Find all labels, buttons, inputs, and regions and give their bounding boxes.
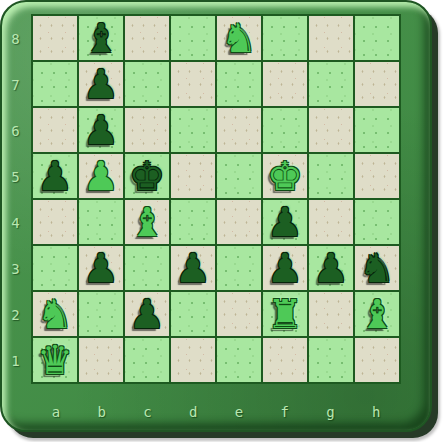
square-c2[interactable]: ♟ xyxy=(125,292,169,336)
square-b5[interactable]: ♟ xyxy=(79,154,123,198)
rank-label-5: 5 xyxy=(0,154,31,200)
piece-black-bishop[interactable]: ♝ xyxy=(79,16,123,60)
square-h2[interactable]: ♝ xyxy=(355,292,399,336)
square-a5[interactable]: ♟ xyxy=(33,154,77,198)
square-b8[interactable]: ♝ xyxy=(79,16,123,60)
square-b6[interactable]: ♟ xyxy=(79,108,123,152)
square-c4[interactable]: ♝ xyxy=(125,200,169,244)
file-label-e: e xyxy=(216,399,262,425)
square-e8[interactable]: ♞ xyxy=(217,16,261,60)
square-a7[interactable] xyxy=(33,62,77,106)
file-label-c: c xyxy=(125,399,171,425)
file-label-b: b xyxy=(79,399,125,425)
piece-white-bishop[interactable]: ♝ xyxy=(125,200,169,244)
rank-labels: 87654321 xyxy=(0,16,31,384)
square-g2[interactable] xyxy=(309,292,353,336)
square-e6[interactable] xyxy=(217,108,261,152)
piece-white-rook[interactable]: ♜ xyxy=(263,292,307,336)
piece-white-pawn[interactable]: ♟ xyxy=(79,154,123,198)
piece-white-queen[interactable]: ♛ xyxy=(33,338,77,382)
piece-white-knight[interactable]: ♞ xyxy=(217,16,261,60)
square-f2[interactable]: ♜ xyxy=(263,292,307,336)
file-labels: abcdefgh xyxy=(33,399,399,425)
square-c8[interactable] xyxy=(125,16,169,60)
piece-black-pawn[interactable]: ♟ xyxy=(79,108,123,152)
rank-label-1: 1 xyxy=(0,338,31,384)
rank-label-7: 7 xyxy=(0,62,31,108)
square-d2[interactable] xyxy=(171,292,215,336)
piece-black-pawn[interactable]: ♟ xyxy=(79,246,123,290)
rank-label-3: 3 xyxy=(0,246,31,292)
square-d1[interactable] xyxy=(171,338,215,382)
chess-app-window: 87654321 ♝♞♟♟♟♟♚♚♝♟♟♟♟♟♞♞♟♜♝♛ abcdefgh xyxy=(0,0,444,442)
piece-black-pawn[interactable]: ♟ xyxy=(79,62,123,106)
file-label-h: h xyxy=(353,399,399,425)
square-d5[interactable] xyxy=(171,154,215,198)
square-b1[interactable] xyxy=(79,338,123,382)
square-e4[interactable] xyxy=(217,200,261,244)
rank-label-8: 8 xyxy=(0,16,31,62)
square-h5[interactable] xyxy=(355,154,399,198)
square-g1[interactable] xyxy=(309,338,353,382)
square-g5[interactable] xyxy=(309,154,353,198)
square-f5[interactable]: ♚ xyxy=(263,154,307,198)
piece-black-pawn[interactable]: ♟ xyxy=(263,246,307,290)
square-e1[interactable] xyxy=(217,338,261,382)
piece-black-pawn[interactable]: ♟ xyxy=(33,154,77,198)
square-b2[interactable] xyxy=(79,292,123,336)
square-b3[interactable]: ♟ xyxy=(79,246,123,290)
square-d7[interactable] xyxy=(171,62,215,106)
rank-label-4: 4 xyxy=(0,200,31,246)
square-g3[interactable]: ♟ xyxy=(309,246,353,290)
square-f1[interactable] xyxy=(263,338,307,382)
square-f6[interactable] xyxy=(263,108,307,152)
piece-black-king[interactable]: ♚ xyxy=(125,154,169,198)
square-g7[interactable] xyxy=(309,62,353,106)
piece-black-pawn[interactable]: ♟ xyxy=(263,200,307,244)
chess-board[interactable]: ♝♞♟♟♟♟♚♚♝♟♟♟♟♟♞♞♟♜♝♛ xyxy=(31,14,401,384)
square-a8[interactable] xyxy=(33,16,77,60)
piece-white-bishop[interactable]: ♝ xyxy=(355,292,399,336)
square-d6[interactable] xyxy=(171,108,215,152)
piece-black-pawn[interactable]: ♟ xyxy=(171,246,215,290)
piece-black-pawn[interactable]: ♟ xyxy=(309,246,353,290)
rank-label-6: 6 xyxy=(0,108,31,154)
square-a6[interactable] xyxy=(33,108,77,152)
square-g6[interactable] xyxy=(309,108,353,152)
piece-black-pawn[interactable]: ♟ xyxy=(125,292,169,336)
square-f7[interactable] xyxy=(263,62,307,106)
square-b4[interactable] xyxy=(79,200,123,244)
square-h3[interactable]: ♞ xyxy=(355,246,399,290)
square-e7[interactable] xyxy=(217,62,261,106)
square-c3[interactable] xyxy=(125,246,169,290)
square-h8[interactable] xyxy=(355,16,399,60)
square-e2[interactable] xyxy=(217,292,261,336)
square-h1[interactable] xyxy=(355,338,399,382)
square-g8[interactable] xyxy=(309,16,353,60)
square-d3[interactable]: ♟ xyxy=(171,246,215,290)
square-f4[interactable]: ♟ xyxy=(263,200,307,244)
square-a1[interactable]: ♛ xyxy=(33,338,77,382)
file-label-d: d xyxy=(170,399,216,425)
piece-white-knight[interactable]: ♞ xyxy=(33,292,77,336)
square-b7[interactable]: ♟ xyxy=(79,62,123,106)
square-e5[interactable] xyxy=(217,154,261,198)
piece-black-knight[interactable]: ♞ xyxy=(355,246,399,290)
square-a2[interactable]: ♞ xyxy=(33,292,77,336)
square-h7[interactable] xyxy=(355,62,399,106)
square-a4[interactable] xyxy=(33,200,77,244)
rank-label-2: 2 xyxy=(0,292,31,338)
square-c1[interactable] xyxy=(125,338,169,382)
file-label-a: a xyxy=(33,399,79,425)
square-c7[interactable] xyxy=(125,62,169,106)
square-a3[interactable] xyxy=(33,246,77,290)
piece-white-king[interactable]: ♚ xyxy=(263,154,307,198)
square-c5[interactable]: ♚ xyxy=(125,154,169,198)
square-f3[interactable]: ♟ xyxy=(263,246,307,290)
square-d8[interactable] xyxy=(171,16,215,60)
square-h4[interactable] xyxy=(355,200,399,244)
square-d4[interactable] xyxy=(171,200,215,244)
file-label-f: f xyxy=(262,399,308,425)
square-h6[interactable] xyxy=(355,108,399,152)
square-e3[interactable] xyxy=(217,246,261,290)
square-f8[interactable] xyxy=(263,16,307,60)
file-label-g: g xyxy=(308,399,354,425)
square-g4[interactable] xyxy=(309,200,353,244)
square-c6[interactable] xyxy=(125,108,169,152)
